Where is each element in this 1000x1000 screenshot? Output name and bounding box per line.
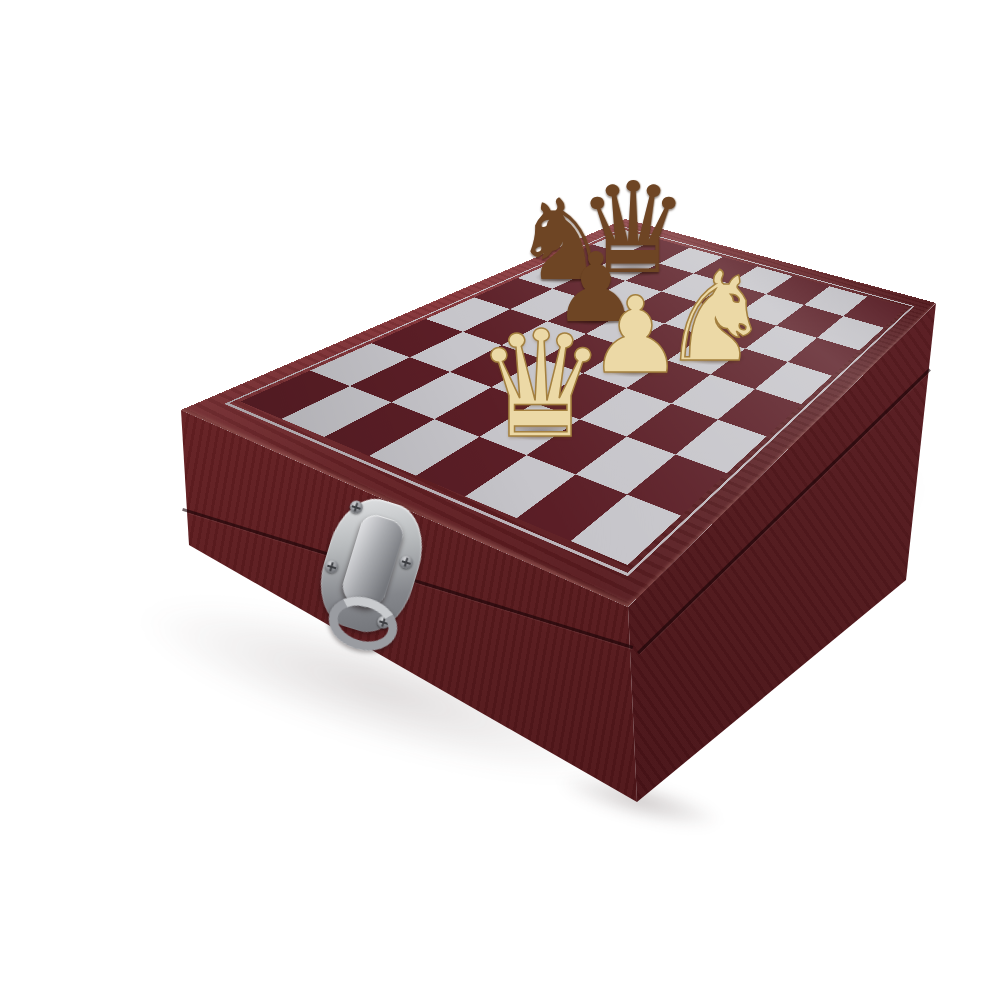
product-photo-scene: ♞♛♟♛♟♞ xyxy=(0,0,1000,1000)
chess-piece-white-knight: ♞ xyxy=(661,256,772,380)
